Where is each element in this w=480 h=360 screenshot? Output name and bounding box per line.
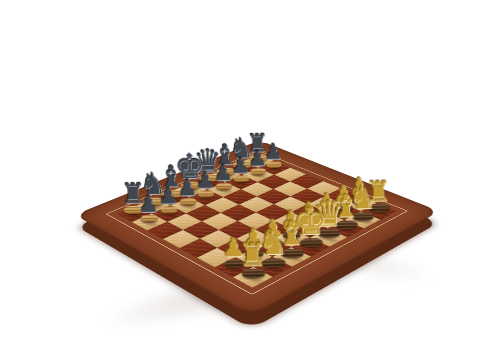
piece-figure: ♜ [227,240,278,278]
pawn-glyph: ♟ [138,193,159,216]
piece-wood-base [140,214,157,222]
square-h1[interactable]: ♜ [233,267,273,288]
rook-glyph: ♜ [238,240,266,270]
piece-figure: ♟ [126,193,171,222]
piece-wood-base [241,268,265,278]
product-photo-scene: ♜♞♝♛♚♝♞♜♟♟♟♟♟♟♟♟♟♟♟♟♟♟♟♟♜♞♝♛♚♝♞♜ [0,0,480,360]
chess-board: ♜♞♝♛♚♝♞♜♟♟♟♟♟♟♟♟♟♟♟♟♟♟♟♟♜♞♝♛♚♝♞♜ [75,140,440,316]
